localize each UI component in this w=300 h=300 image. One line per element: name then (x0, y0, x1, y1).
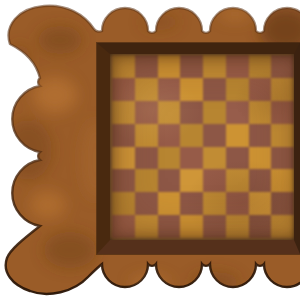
board-frame (97, 43, 300, 254)
game-table-photo (0, 0, 300, 300)
